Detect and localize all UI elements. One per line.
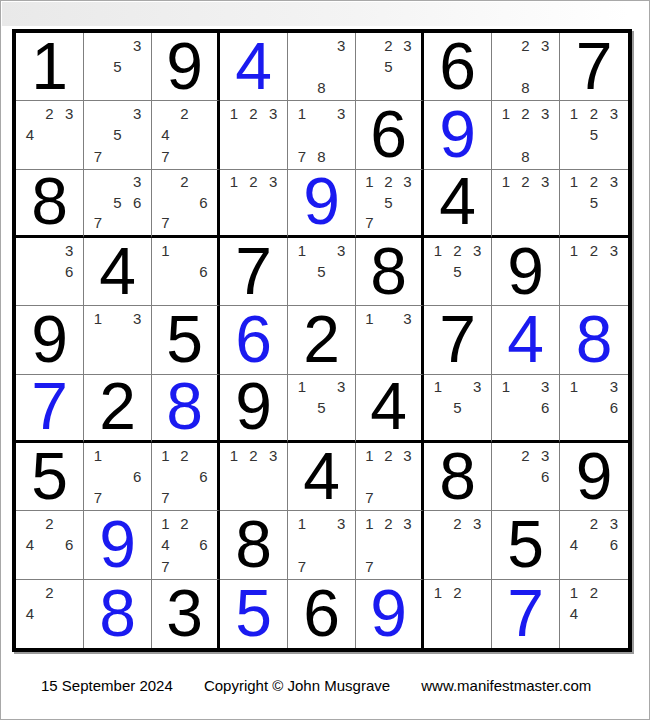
candidate-3: 3 xyxy=(467,377,487,397)
candidate-2: 2 xyxy=(244,445,264,466)
given-digit: 9 xyxy=(166,33,203,99)
candidate-6: 6 xyxy=(194,192,213,212)
cell-r9c1[interactable]: 24 xyxy=(16,580,84,648)
cell-r4c8[interactable]: 9 xyxy=(492,238,560,306)
candidate-3: 3 xyxy=(127,308,147,329)
candidate-2: 2 xyxy=(244,172,264,192)
candidate-3: 3 xyxy=(398,172,417,192)
candidate-7: 7 xyxy=(360,213,379,233)
given-digit: 1 xyxy=(31,33,68,99)
cell-r1c2[interactable]: 35 xyxy=(84,33,152,101)
candidate-6: 6 xyxy=(194,261,213,282)
cell-r9c3[interactable]: 3 xyxy=(152,580,220,648)
candidate-4: 4 xyxy=(564,603,584,624)
candidate-1: 1 xyxy=(292,513,312,534)
candidate-marks: 1235 xyxy=(560,101,628,168)
candidate-7: 7 xyxy=(292,556,312,577)
candidate-1: 1 xyxy=(564,582,584,603)
cell-r9c5[interactable]: 6 xyxy=(288,580,356,648)
candidate-6: 6 xyxy=(127,192,147,212)
cell-r5c6[interactable]: 13 xyxy=(356,306,424,374)
candidate-marks: 236 xyxy=(492,443,559,510)
candidate-3: 3 xyxy=(398,35,417,56)
candidate-marks: 123 xyxy=(492,170,559,235)
candidate-marks: 357 xyxy=(84,101,151,168)
candidate-5: 5 xyxy=(312,397,332,417)
candidate-marks: 36 xyxy=(16,238,83,305)
candidate-3: 3 xyxy=(535,377,555,397)
candidate-3: 3 xyxy=(331,513,351,534)
candidate-2: 2 xyxy=(40,582,60,603)
candidate-marks: 135 xyxy=(288,375,355,440)
cell-r8c2[interactable]: 9 xyxy=(84,511,152,579)
candidate-marks: 124 xyxy=(560,580,628,648)
candidate-1: 1 xyxy=(156,445,175,466)
footer-website: www.manifestmaster.com xyxy=(421,677,591,694)
candidate-marks: 135 xyxy=(424,375,491,440)
candidate-marks: 1378 xyxy=(288,101,355,168)
candidate-4: 4 xyxy=(20,534,40,555)
candidate-8: 8 xyxy=(516,77,536,98)
candidate-1: 1 xyxy=(224,445,244,466)
cell-r4c5[interactable]: 135 xyxy=(288,238,356,306)
cell-r1c5[interactable]: 38 xyxy=(288,33,356,101)
cell-r4c7[interactable]: 1235 xyxy=(424,238,492,306)
candidate-5: 5 xyxy=(448,397,468,417)
candidate-3: 3 xyxy=(535,35,555,56)
cell-r6c3[interactable]: 8 xyxy=(152,375,220,443)
candidate-5: 5 xyxy=(448,261,468,282)
cell-r4c1[interactable]: 36 xyxy=(16,238,84,306)
candidate-marks: 1238 xyxy=(492,101,559,168)
cell-r1c4[interactable]: 4 xyxy=(220,33,288,101)
given-digit: 7 xyxy=(235,238,272,304)
candidate-7: 7 xyxy=(156,213,175,233)
candidate-1: 1 xyxy=(360,513,379,534)
candidate-3: 3 xyxy=(127,172,147,192)
cell-r2c5[interactable]: 1378 xyxy=(288,101,356,169)
candidate-marks: 2346 xyxy=(560,511,628,578)
candidate-2: 2 xyxy=(175,513,194,534)
cell-r5c8[interactable]: 4 xyxy=(492,306,560,374)
cell-r3c3[interactable]: 267 xyxy=(152,170,220,238)
cell-r8c6[interactable]: 1237 xyxy=(356,511,424,579)
cell-r7c4[interactable]: 123 xyxy=(220,443,288,511)
candidate-2: 2 xyxy=(379,513,398,534)
candidate-5: 5 xyxy=(584,192,604,212)
candidate-3: 3 xyxy=(604,377,624,397)
candidate-1: 1 xyxy=(360,445,379,466)
candidate-marks: 12 xyxy=(424,580,491,648)
candidate-4: 4 xyxy=(20,603,40,624)
cell-r4c4[interactable]: 7 xyxy=(220,238,288,306)
candidate-6: 6 xyxy=(127,466,147,487)
entered-digit: 9 xyxy=(439,101,476,167)
candidate-3: 3 xyxy=(331,103,351,124)
cell-r9c6[interactable]: 9 xyxy=(356,580,424,648)
cell-r6c6[interactable]: 4 xyxy=(356,375,424,443)
candidate-3: 3 xyxy=(59,240,79,261)
candidate-5: 5 xyxy=(108,192,128,212)
candidate-1: 1 xyxy=(224,103,244,124)
entered-digit: 5 xyxy=(235,580,272,646)
candidate-4: 4 xyxy=(564,534,584,555)
cell-r7c8[interactable]: 236 xyxy=(492,443,560,511)
cell-r2c7[interactable]: 9 xyxy=(424,101,492,169)
candidate-marks: 123 xyxy=(220,443,287,510)
candidate-3: 3 xyxy=(604,513,624,534)
candidate-7: 7 xyxy=(156,556,175,577)
entered-digit: 8 xyxy=(166,375,203,440)
candidate-marks: 1235 xyxy=(424,238,491,305)
entered-digit: 7 xyxy=(31,375,68,440)
candidate-3: 3 xyxy=(467,513,487,534)
candidate-1: 1 xyxy=(496,377,516,397)
candidate-marks: 1237 xyxy=(356,511,421,578)
candidate-1: 1 xyxy=(292,103,312,124)
candidate-marks: 247 xyxy=(152,101,217,168)
cell-r2c2[interactable]: 357 xyxy=(84,101,152,169)
candidate-1: 1 xyxy=(564,103,584,124)
candidate-4: 4 xyxy=(20,124,40,145)
entered-digit: 9 xyxy=(303,170,340,235)
candidate-2: 2 xyxy=(448,240,468,261)
cell-r8c3[interactable]: 12467 xyxy=(152,511,220,579)
candidate-6: 6 xyxy=(59,261,79,282)
given-digit: 9 xyxy=(235,375,272,440)
given-digit: 3 xyxy=(166,580,203,646)
candidate-2: 2 xyxy=(175,445,194,466)
given-digit: 4 xyxy=(370,375,407,440)
candidate-2: 2 xyxy=(584,103,604,124)
candidate-marks: 246 xyxy=(16,511,83,578)
candidate-5: 5 xyxy=(584,124,604,145)
cell-r7c7[interactable]: 8 xyxy=(424,443,492,511)
candidate-2: 2 xyxy=(584,582,604,603)
cell-r4c9[interactable]: 123 xyxy=(560,238,628,306)
candidate-1: 1 xyxy=(428,582,448,603)
candidate-marks: 16 xyxy=(152,238,217,305)
cell-r1c1[interactable]: 1 xyxy=(16,33,84,101)
cell-r5c7[interactable]: 7 xyxy=(424,306,492,374)
given-digit: 8 xyxy=(31,170,68,235)
sudoku-board: 1359438235623872343572471231378691238123… xyxy=(12,29,632,652)
candidate-2: 2 xyxy=(379,445,398,466)
candidate-3: 3 xyxy=(535,445,555,466)
candidate-3: 3 xyxy=(331,240,351,261)
candidate-marks: 1235 xyxy=(560,170,628,235)
candidate-marks: 12467 xyxy=(152,511,217,578)
candidate-3: 3 xyxy=(398,513,417,534)
given-digit: 8 xyxy=(235,511,272,577)
given-digit: 5 xyxy=(31,443,68,509)
entered-digit: 9 xyxy=(99,511,136,577)
cell-r1c3[interactable]: 9 xyxy=(152,33,220,101)
cell-r3c7[interactable]: 4 xyxy=(424,170,492,238)
candidate-1: 1 xyxy=(360,172,379,192)
entered-digit: 7 xyxy=(507,580,544,646)
candidate-2: 2 xyxy=(40,513,60,534)
cell-r3c1[interactable]: 8 xyxy=(16,170,84,238)
candidate-8: 8 xyxy=(312,77,332,98)
candidate-marks: 167 xyxy=(84,443,151,510)
candidate-marks: 123 xyxy=(220,170,287,235)
given-digit: 6 xyxy=(439,33,476,99)
candidate-7: 7 xyxy=(88,213,108,233)
cell-r8c8[interactable]: 5 xyxy=(492,511,560,579)
candidate-1: 1 xyxy=(428,240,448,261)
candidate-4: 4 xyxy=(156,534,175,555)
footer-copyright: Copyright © John Musgrave xyxy=(204,677,390,694)
candidate-7: 7 xyxy=(360,487,379,508)
cell-r7c1[interactable]: 5 xyxy=(16,443,84,511)
candidate-marks: 137 xyxy=(288,511,355,578)
candidate-1: 1 xyxy=(292,377,312,397)
candidate-2: 2 xyxy=(448,513,468,534)
candidate-marks: 136 xyxy=(560,375,628,440)
candidate-6: 6 xyxy=(194,534,213,555)
candidate-1: 1 xyxy=(564,240,584,261)
candidate-3: 3 xyxy=(59,103,79,124)
entered-digit: 8 xyxy=(576,306,613,372)
candidate-3: 3 xyxy=(127,35,147,56)
cell-r8c5[interactable]: 137 xyxy=(288,511,356,579)
candidate-8: 8 xyxy=(516,146,536,167)
candidate-6: 6 xyxy=(194,466,213,487)
top-gradient-bar xyxy=(2,2,648,26)
cell-r6c5[interactable]: 135 xyxy=(288,375,356,443)
candidate-5: 5 xyxy=(312,261,332,282)
candidate-1: 1 xyxy=(496,172,516,192)
candidate-marks: 24 xyxy=(16,580,83,648)
cell-r5c2[interactable]: 13 xyxy=(84,306,152,374)
entered-digit: 6 xyxy=(235,306,272,372)
cell-r5c5[interactable]: 2 xyxy=(288,306,356,374)
candidate-marks: 1267 xyxy=(152,443,217,510)
cell-r9c8[interactable]: 7 xyxy=(492,580,560,648)
candidate-1: 1 xyxy=(428,377,448,397)
candidate-8: 8 xyxy=(312,146,332,167)
footer: 15 September 2024 Copyright © John Musgr… xyxy=(41,677,591,694)
candidate-1: 1 xyxy=(292,240,312,261)
candidate-marks: 238 xyxy=(492,33,559,100)
candidate-7: 7 xyxy=(88,487,108,508)
entered-digit: 4 xyxy=(235,33,272,99)
cell-r8c1[interactable]: 246 xyxy=(16,511,84,579)
cell-r2c6[interactable]: 6 xyxy=(356,101,424,169)
given-digit: 2 xyxy=(99,375,136,440)
candidate-6: 6 xyxy=(59,534,79,555)
candidate-marks: 13 xyxy=(356,306,421,373)
given-digit: 5 xyxy=(507,511,544,577)
candidate-2: 2 xyxy=(584,240,604,261)
cell-r3c9[interactable]: 1235 xyxy=(560,170,628,238)
cell-r4c3[interactable]: 16 xyxy=(152,238,220,306)
cell-r7c5[interactable]: 4 xyxy=(288,443,356,511)
given-digit: 8 xyxy=(370,238,407,304)
candidate-marks: 267 xyxy=(152,170,217,235)
candidate-2: 2 xyxy=(244,103,264,124)
cell-r1c9[interactable]: 7 xyxy=(560,33,628,101)
candidate-1: 1 xyxy=(496,103,516,124)
cell-r5c4[interactable]: 6 xyxy=(220,306,288,374)
given-digit: 7 xyxy=(439,306,476,372)
given-digit: 2 xyxy=(303,306,340,372)
candidate-2: 2 xyxy=(175,103,194,124)
candidate-3: 3 xyxy=(263,172,283,192)
candidate-marks: 12357 xyxy=(356,170,421,235)
given-digit: 6 xyxy=(370,101,407,167)
candidate-2: 2 xyxy=(40,103,60,124)
given-digit: 4 xyxy=(439,170,476,235)
given-digit: 9 xyxy=(507,238,544,304)
entered-digit: 8 xyxy=(99,580,136,646)
candidate-2: 2 xyxy=(448,582,468,603)
candidate-marks: 123 xyxy=(220,101,287,168)
candidate-3: 3 xyxy=(398,445,417,466)
cell-r1c8[interactable]: 238 xyxy=(492,33,560,101)
candidate-7: 7 xyxy=(88,146,108,167)
given-digit: 9 xyxy=(31,306,68,372)
candidate-3: 3 xyxy=(535,103,555,124)
candidate-2: 2 xyxy=(516,35,536,56)
candidate-3: 3 xyxy=(331,35,351,56)
candidate-2: 2 xyxy=(516,103,536,124)
candidate-1: 1 xyxy=(564,172,584,192)
candidate-7: 7 xyxy=(292,146,312,167)
given-digit: 4 xyxy=(303,443,340,509)
footer-date: 15 September 2024 xyxy=(41,677,173,694)
candidate-marks: 35 xyxy=(84,33,151,100)
candidate-1: 1 xyxy=(156,513,175,534)
cell-r7c2[interactable]: 167 xyxy=(84,443,152,511)
candidate-7: 7 xyxy=(360,556,379,577)
candidate-marks: 123 xyxy=(560,238,628,305)
candidate-marks: 13 xyxy=(84,306,151,373)
cell-r9c2[interactable]: 8 xyxy=(84,580,152,648)
given-digit: 5 xyxy=(166,306,203,372)
candidate-5: 5 xyxy=(108,124,128,145)
candidate-7: 7 xyxy=(156,487,175,508)
cell-r8c7[interactable]: 23 xyxy=(424,511,492,579)
candidate-marks: 23 xyxy=(424,511,491,578)
cell-r6c4[interactable]: 9 xyxy=(220,375,288,443)
cell-r8c9[interactable]: 2346 xyxy=(560,511,628,579)
cell-r5c1[interactable]: 9 xyxy=(16,306,84,374)
candidate-2: 2 xyxy=(379,35,398,56)
candidate-3: 3 xyxy=(604,103,624,124)
cell-r2c4[interactable]: 123 xyxy=(220,101,288,169)
cell-r6c9[interactable]: 136 xyxy=(560,375,628,443)
candidate-2: 2 xyxy=(516,172,536,192)
candidate-1: 1 xyxy=(156,240,175,261)
cell-r7c9[interactable]: 9 xyxy=(560,443,628,511)
entered-digit: 9 xyxy=(370,580,407,646)
cell-r6c8[interactable]: 136 xyxy=(492,375,560,443)
candidate-3: 3 xyxy=(604,240,624,261)
given-digit: 6 xyxy=(303,580,340,646)
cell-r6c1[interactable]: 7 xyxy=(16,375,84,443)
cell-r3c5[interactable]: 9 xyxy=(288,170,356,238)
candidate-2: 2 xyxy=(584,513,604,534)
candidate-marks: 235 xyxy=(356,33,421,100)
cell-r3c2[interactable]: 3567 xyxy=(84,170,152,238)
entered-digit: 4 xyxy=(507,306,544,372)
cell-r2c9[interactable]: 1235 xyxy=(560,101,628,169)
candidate-3: 3 xyxy=(263,103,283,124)
cell-r9c9[interactable]: 124 xyxy=(560,580,628,648)
candidate-2: 2 xyxy=(516,445,536,466)
candidate-6: 6 xyxy=(535,466,555,487)
candidate-1: 1 xyxy=(224,172,244,192)
candidate-marks: 1237 xyxy=(356,443,421,510)
cell-r1c7[interactable]: 6 xyxy=(424,33,492,101)
candidate-marks: 234 xyxy=(16,101,83,168)
candidate-5: 5 xyxy=(108,56,128,77)
cell-r7c3[interactable]: 1267 xyxy=(152,443,220,511)
candidate-marks: 135 xyxy=(288,238,355,305)
candidate-6: 6 xyxy=(604,534,624,555)
given-digit: 9 xyxy=(576,443,613,509)
cell-r3c6[interactable]: 12357 xyxy=(356,170,424,238)
cell-r4c2[interactable]: 4 xyxy=(84,238,152,306)
cell-r6c7[interactable]: 135 xyxy=(424,375,492,443)
cell-r2c1[interactable]: 234 xyxy=(16,101,84,169)
cell-r2c8[interactable]: 1238 xyxy=(492,101,560,169)
cell-r3c8[interactable]: 123 xyxy=(492,170,560,238)
cell-r3c4[interactable]: 123 xyxy=(220,170,288,238)
cell-r5c3[interactable]: 5 xyxy=(152,306,220,374)
candidate-7: 7 xyxy=(156,146,175,167)
cell-r5c9[interactable]: 8 xyxy=(560,306,628,374)
given-digit: 4 xyxy=(99,238,136,304)
cell-r2c3[interactable]: 247 xyxy=(152,101,220,169)
given-digit: 7 xyxy=(576,33,613,99)
candidate-2: 2 xyxy=(175,172,194,192)
cell-r1c6[interactable]: 235 xyxy=(356,33,424,101)
candidate-3: 3 xyxy=(127,103,147,124)
candidate-3: 3 xyxy=(467,240,487,261)
cell-r8c4[interactable]: 8 xyxy=(220,511,288,579)
cell-r4c6[interactable]: 8 xyxy=(356,238,424,306)
page-frame: 1359438235623872343572471231378691238123… xyxy=(0,0,650,720)
candidate-marks: 3567 xyxy=(84,170,151,235)
cell-r6c2[interactable]: 2 xyxy=(84,375,152,443)
candidate-3: 3 xyxy=(604,172,624,192)
candidate-2: 2 xyxy=(379,172,398,192)
cell-r9c7[interactable]: 12 xyxy=(424,580,492,648)
candidate-marks: 38 xyxy=(288,33,355,100)
candidate-3: 3 xyxy=(398,308,417,329)
candidate-marks: 136 xyxy=(492,375,559,440)
candidate-5: 5 xyxy=(379,56,398,77)
candidate-3: 3 xyxy=(331,377,351,397)
given-digit: 8 xyxy=(439,443,476,509)
candidate-6: 6 xyxy=(604,397,624,417)
cell-r7c6[interactable]: 1237 xyxy=(356,443,424,511)
candidate-1: 1 xyxy=(88,445,108,466)
candidate-3: 3 xyxy=(535,172,555,192)
candidate-6: 6 xyxy=(535,397,555,417)
candidate-3: 3 xyxy=(263,445,283,466)
candidate-5: 5 xyxy=(379,192,398,212)
candidate-1: 1 xyxy=(564,377,584,397)
candidate-1: 1 xyxy=(360,308,379,329)
candidate-2: 2 xyxy=(584,172,604,192)
candidate-4: 4 xyxy=(156,124,175,145)
candidate-1: 1 xyxy=(88,308,108,329)
cell-r9c4[interactable]: 5 xyxy=(220,580,288,648)
